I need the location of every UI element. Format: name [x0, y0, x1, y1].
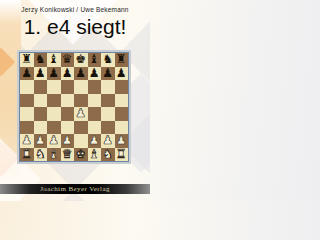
book-cover: { "game": "chess", "position": { "fen": …: [0, 0, 150, 201]
square-b8: ♞: [34, 53, 48, 67]
piece-black-knight: ♞: [102, 53, 113, 67]
square-d4: [61, 107, 75, 121]
square-c3: [47, 121, 61, 135]
square-d1: ♛: [61, 148, 75, 162]
square-c5: [47, 94, 61, 108]
square-e3: [74, 121, 88, 135]
square-a5: [20, 94, 34, 108]
square-b6: [34, 80, 48, 94]
piece-white-knight: ♞: [35, 148, 46, 162]
piece-black-pawn: ♟: [62, 67, 73, 81]
piece-black-pawn: ♟: [102, 67, 113, 81]
chess-board: ♜♞♝♛♚♝♞♜♟♟♟♟♟♟♟♟♟♟♟♟♟♟♟♟♜♞♝♛♚♝♞♜: [19, 52, 129, 162]
square-d8: ♛: [61, 53, 75, 67]
piece-black-bishop: ♝: [89, 53, 100, 67]
square-a1: ♜: [20, 148, 34, 162]
square-c6: [47, 80, 61, 94]
square-e5: [74, 94, 88, 108]
piece-white-pawn: ♟: [48, 134, 59, 148]
piece-white-pawn: ♟: [21, 134, 32, 148]
piece-black-pawn: ♟: [116, 67, 127, 81]
square-g2: ♟: [101, 134, 115, 148]
piece-white-knight: ♞: [102, 148, 113, 162]
square-a8: ♜: [20, 53, 34, 67]
square-h4: [115, 107, 129, 121]
square-f8: ♝: [88, 53, 102, 67]
piece-white-pawn: ♟: [102, 134, 113, 148]
square-d6: [61, 80, 75, 94]
square-g7: ♟: [101, 67, 115, 81]
square-g4: [101, 107, 115, 121]
square-d5: [61, 94, 75, 108]
piece-black-rook: ♜: [116, 53, 127, 67]
square-f5: [88, 94, 102, 108]
square-a6: [20, 80, 34, 94]
piece-white-rook: ♜: [116, 148, 127, 162]
square-g3: [101, 121, 115, 135]
piece-black-pawn: ♟: [21, 67, 32, 81]
piece-black-king: ♚: [75, 53, 86, 67]
piece-black-pawn: ♟: [35, 67, 46, 81]
square-h7: ♟: [115, 67, 129, 81]
square-c2: ♟: [47, 134, 61, 148]
square-f1: ♝: [88, 148, 102, 162]
square-f2: ♟: [88, 134, 102, 148]
square-b2: ♟: [34, 134, 48, 148]
piece-black-queen: ♛: [62, 53, 73, 67]
square-d3: [61, 121, 75, 135]
piece-white-king: ♚: [75, 148, 86, 162]
square-e2: [74, 134, 88, 148]
square-g6: [101, 80, 115, 94]
piece-white-pawn: ♟: [89, 134, 100, 148]
square-e8: ♚: [74, 53, 88, 67]
square-a2: ♟: [20, 134, 34, 148]
square-f3: [88, 121, 102, 135]
square-d7: ♟: [61, 67, 75, 81]
square-h6: [115, 80, 129, 94]
piece-black-bishop: ♝: [48, 53, 59, 67]
square-c4: [47, 107, 61, 121]
piece-white-pawn: ♟: [116, 134, 127, 148]
square-f6: [88, 80, 102, 94]
square-b3: [34, 121, 48, 135]
square-h1: ♜: [115, 148, 129, 162]
square-e7: ♟: [74, 67, 88, 81]
piece-white-pawn: ♟: [75, 107, 86, 121]
square-e4: ♟: [74, 107, 88, 121]
square-b4: [34, 107, 48, 121]
square-h3: [115, 121, 129, 135]
square-b1: ♞: [34, 148, 48, 162]
square-b5: [34, 94, 48, 108]
square-e1: ♚: [74, 148, 88, 162]
square-c7: ♟: [47, 67, 61, 81]
piece-black-pawn: ♟: [89, 67, 100, 81]
piece-white-queen: ♛: [62, 148, 73, 162]
square-a4: [20, 107, 34, 121]
square-f4: [88, 107, 102, 121]
author-line: Jerzy Konikowski / Uwe Bekemann: [0, 6, 150, 13]
square-e6: [74, 80, 88, 94]
piece-white-pawn: ♟: [62, 134, 73, 148]
piece-black-rook: ♜: [21, 53, 32, 67]
publisher-name: Joachim Beyer Verlag: [40, 185, 110, 193]
square-d2: ♟: [61, 134, 75, 148]
book-title: 1. e4 siegt!: [0, 15, 150, 39]
piece-black-pawn: ♟: [48, 67, 59, 81]
piece-white-bishop: ♝: [89, 148, 100, 162]
piece-black-pawn: ♟: [75, 67, 86, 81]
square-h5: [115, 94, 129, 108]
piece-black-knight: ♞: [35, 53, 46, 67]
square-c1: ♝: [47, 148, 61, 162]
square-b7: ♟: [34, 67, 48, 81]
square-c8: ♝: [47, 53, 61, 67]
square-g1: ♞: [101, 148, 115, 162]
square-a7: ♟: [20, 67, 34, 81]
piece-white-pawn: ♟: [35, 134, 46, 148]
piece-white-bishop: ♝: [48, 148, 59, 162]
square-h8: ♜: [115, 53, 129, 67]
square-g8: ♞: [101, 53, 115, 67]
publisher-bar: Joachim Beyer Verlag: [0, 184, 150, 194]
square-h2: ♟: [115, 134, 129, 148]
piece-white-rook: ♜: [21, 148, 32, 162]
square-g5: [101, 94, 115, 108]
square-f7: ♟: [88, 67, 102, 81]
square-a3: [20, 121, 34, 135]
